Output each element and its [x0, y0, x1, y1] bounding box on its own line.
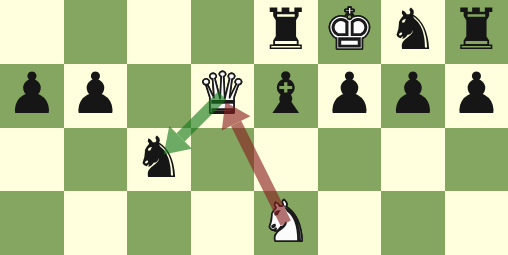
square-f8[interactable]: ♚ [318, 0, 382, 64]
square-f5[interactable] [318, 191, 382, 255]
square-b7[interactable]: ♟ [64, 64, 128, 128]
piece-black-pawn[interactable]: ♟ [324, 65, 375, 122]
piece-black-rook[interactable]: ♜ [451, 1, 502, 58]
piece-black-bishop[interactable]: ♝ [260, 65, 311, 122]
piece-black-knight[interactable]: ♞ [133, 129, 184, 186]
square-g8[interactable]: ♞ [381, 0, 445, 64]
square-d6[interactable] [191, 128, 255, 192]
piece-black-pawn[interactable]: ♟ [387, 65, 438, 122]
square-b5[interactable] [64, 191, 128, 255]
square-c7[interactable] [127, 64, 191, 128]
square-c5[interactable] [127, 191, 191, 255]
chess-board: ♜♚♞♜♟♟♛♝♟♟♟♞♞ [0, 0, 508, 255]
square-a8[interactable] [0, 0, 64, 64]
chess-board-screenshot: ♜♚♞♜♟♟♛♝♟♟♟♞♞ [0, 0, 508, 255]
piece-white-queen[interactable]: ♛ [197, 65, 248, 122]
square-a5[interactable] [0, 191, 64, 255]
piece-black-knight[interactable]: ♞ [387, 1, 438, 58]
square-g6[interactable] [381, 128, 445, 192]
piece-white-knight[interactable]: ♞ [260, 193, 311, 250]
square-d5[interactable] [191, 191, 255, 255]
piece-white-king[interactable]: ♚ [324, 1, 375, 58]
square-c8[interactable] [127, 0, 191, 64]
square-h6[interactable] [445, 128, 508, 192]
piece-black-pawn[interactable]: ♟ [70, 65, 121, 122]
piece-black-rook[interactable]: ♜ [260, 1, 311, 58]
square-a7[interactable]: ♟ [0, 64, 64, 128]
piece-black-pawn[interactable]: ♟ [6, 65, 57, 122]
square-e6[interactable] [254, 128, 318, 192]
square-e5[interactable]: ♞ [254, 191, 318, 255]
square-e7[interactable]: ♝ [254, 64, 318, 128]
square-h8[interactable]: ♜ [445, 0, 508, 64]
square-g7[interactable]: ♟ [381, 64, 445, 128]
square-g5[interactable] [381, 191, 445, 255]
square-b6[interactable] [64, 128, 128, 192]
square-e8[interactable]: ♜ [254, 0, 318, 64]
square-d8[interactable] [191, 0, 255, 64]
square-a6[interactable] [0, 128, 64, 192]
square-d7[interactable]: ♛ [191, 64, 255, 128]
square-h5[interactable] [445, 191, 508, 255]
piece-black-pawn[interactable]: ♟ [451, 65, 502, 122]
square-c6[interactable]: ♞ [127, 128, 191, 192]
square-f7[interactable]: ♟ [318, 64, 382, 128]
square-b8[interactable] [64, 0, 128, 64]
square-f6[interactable] [318, 128, 382, 192]
square-h7[interactable]: ♟ [445, 64, 508, 128]
